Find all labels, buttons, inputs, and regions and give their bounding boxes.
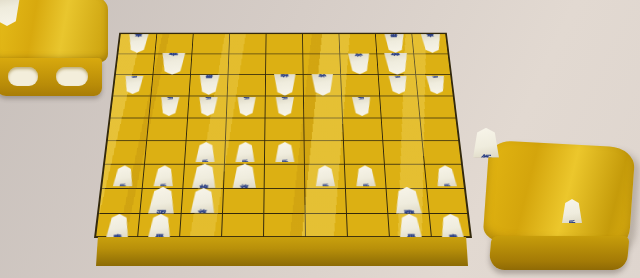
piece-pawn-sente[interactable]: 歩兵 (154, 166, 175, 187)
piece-knight-sente[interactable]: 桂馬 (398, 214, 422, 238)
desk-surface: 銀将角行 香車桂馬香車飛車金将王将歩兵桂馬銀将金将歩兵歩兵歩兵歩兵歩兵歩兵歩兵歩… (0, 0, 640, 278)
piece-pawn-gote[interactable]: 歩兵 (237, 97, 256, 116)
komadai-sente: 歩兵銀将角行 (486, 144, 638, 272)
piece-lance-sente[interactable]: 香車 (440, 214, 464, 238)
piece-pawn-sente[interactable]: 歩兵 (113, 166, 134, 187)
piece-lance-gote[interactable]: 香車 (127, 34, 148, 53)
piece-pawn-gote[interactable]: 歩兵 (123, 76, 143, 94)
piece-rook-sente[interactable]: 飛車 (394, 187, 422, 214)
piece-pawn-sente[interactable]: 歩兵 (355, 166, 375, 187)
komadai-gote-front-face (0, 58, 102, 96)
piece-pawn-gote[interactable]: 歩兵 (352, 97, 371, 116)
piece-gold-gote[interactable]: 金将 (312, 74, 334, 95)
piece-knight-sente[interactable]: 桂馬 (148, 214, 172, 238)
piece-lance-gote[interactable]: 香車 (421, 34, 442, 53)
piece-pawn-sente[interactable]: 歩兵 (235, 142, 254, 162)
piece-silver-sente[interactable]: 銀将 (192, 164, 216, 188)
piece-gold-sente[interactable]: 金将 (191, 188, 216, 213)
komadai-foot-notch (56, 67, 88, 86)
piece-pawn-gote[interactable]: 歩兵 (160, 97, 180, 116)
piece-gold-sente[interactable]: 金将 (233, 164, 257, 188)
piece-pawn-sente[interactable]: 歩兵 (435, 166, 456, 187)
piece-pawn-gote[interactable]: 歩兵 (276, 97, 294, 116)
piece-king-sente[interactable]: 玉将 (148, 187, 176, 214)
komadai-foot-notch (8, 67, 38, 86)
piece-knight-gote[interactable]: 桂馬 (384, 34, 405, 53)
piece-pawn-gote[interactable]: 歩兵 (426, 76, 446, 94)
piece-bishop-sente[interactable]: 角行 (473, 128, 499, 158)
komadai-sente-front-face (489, 236, 630, 270)
shogi-board: 香車桂馬香車飛車金将王将歩兵桂馬銀将金将歩兵歩兵歩兵歩兵歩兵歩兵歩兵歩兵歩兵歩兵… (94, 33, 472, 238)
piece-gold-gote[interactable]: 金将 (348, 53, 370, 74)
piece-rook-gote[interactable]: 飛車 (161, 53, 186, 75)
board-front-edge (96, 237, 468, 266)
piece-pawn-gote[interactable]: 歩兵 (198, 97, 217, 116)
piece-pawn-sente[interactable]: 歩兵 (196, 142, 216, 162)
piece-king-gote[interactable]: 王将 (384, 53, 409, 75)
piece-lance-sente[interactable]: 香車 (106, 214, 130, 238)
komadai-sente-top-face (482, 140, 635, 250)
komadai-gote: 銀将角行 (0, 0, 108, 96)
piece-knight-gote[interactable]: 桂馬 (199, 75, 220, 95)
piece-pawn-sente[interactable]: 歩兵 (275, 142, 294, 162)
piece-pawn-sente[interactable]: 歩兵 (315, 166, 335, 187)
piece-pawn-gote[interactable]: 歩兵 (389, 76, 409, 94)
piece-silver-gote[interactable]: 銀将 (274, 74, 296, 95)
